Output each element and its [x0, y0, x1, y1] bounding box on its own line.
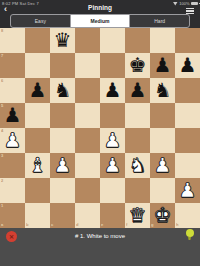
hint-lightbulb-icon[interactable] [185, 229, 194, 242]
piece-white-king[interactable]: ♚ [150, 203, 175, 228]
square-b8[interactable] [25, 28, 50, 53]
square-b3[interactable]: ♝ [25, 153, 50, 178]
square-e4[interactable]: ♟ [100, 128, 125, 153]
square-f8[interactable] [125, 28, 150, 53]
square-e7[interactable] [100, 53, 125, 78]
piece-black-pawn[interactable]: ♟ [100, 78, 125, 103]
square-f2[interactable] [125, 178, 150, 203]
piece-black-pawn[interactable]: ♟ [0, 103, 25, 128]
puzzle-status-text: # 1. White to move [0, 233, 200, 240]
square-g6[interactable]: ♞ [150, 78, 175, 103]
square-d4[interactable] [75, 128, 100, 153]
square-h2[interactable]: ♟ [175, 178, 200, 203]
file-label: d [76, 223, 78, 227]
square-g2[interactable] [150, 178, 175, 203]
square-c1[interactable]: c [50, 203, 75, 228]
rank-label: 8 [1, 29, 3, 33]
square-d6[interactable] [75, 78, 100, 103]
chess-board: 8♛7♚♟♟6♟♞♟♟♞5♟4♟♟3♝♟♟♞♟2♟1abcdef♛g♚h [0, 28, 200, 228]
square-c3[interactable]: ♟ [50, 153, 75, 178]
tab-easy[interactable]: Easy [11, 15, 71, 27]
top-chrome: 8:02 PM Sat Dec 7 100% ‹ Pinning Easy Me… [0, 0, 200, 28]
rank-label: 1 [1, 204, 3, 208]
square-e3[interactable]: ♟ [100, 153, 125, 178]
piece-white-pawn[interactable]: ♟ [175, 178, 200, 203]
piece-white-queen[interactable]: ♛ [125, 203, 150, 228]
square-g4[interactable] [150, 128, 175, 153]
square-h8[interactable] [175, 28, 200, 53]
piece-black-knight[interactable]: ♞ [150, 78, 175, 103]
rank-label: 7 [1, 54, 3, 58]
square-c6[interactable]: ♞ [50, 78, 75, 103]
rank-label: 6 [1, 79, 3, 83]
square-a6[interactable]: 6 [0, 78, 25, 103]
square-c8[interactable]: ♛ [50, 28, 75, 53]
square-d8[interactable] [75, 28, 100, 53]
square-c7[interactable] [50, 53, 75, 78]
piece-white-pawn[interactable]: ♟ [150, 153, 175, 178]
square-h7[interactable]: ♟ [175, 53, 200, 78]
piece-white-pawn[interactable]: ♟ [100, 153, 125, 178]
piece-white-pawn[interactable]: ♟ [100, 128, 125, 153]
file-label: a [1, 223, 3, 227]
bottom-bar: ✕ # 1. White to move [0, 228, 200, 266]
square-h4[interactable] [175, 128, 200, 153]
square-d5[interactable] [75, 103, 100, 128]
piece-black-pawn[interactable]: ♟ [150, 53, 175, 78]
square-b1[interactable]: b [25, 203, 50, 228]
square-c4[interactable] [50, 128, 75, 153]
file-label: c [51, 223, 53, 227]
square-f3[interactable]: ♞ [125, 153, 150, 178]
square-f7[interactable]: ♚ [125, 53, 150, 78]
square-g8[interactable] [150, 28, 175, 53]
piece-black-king[interactable]: ♚ [125, 53, 150, 78]
file-label: b [26, 223, 28, 227]
file-label: e [101, 223, 103, 227]
piece-white-pawn[interactable]: ♟ [50, 153, 75, 178]
piece-black-queen[interactable]: ♛ [50, 28, 75, 53]
square-c5[interactable] [50, 103, 75, 128]
square-b7[interactable] [25, 53, 50, 78]
square-h5[interactable] [175, 103, 200, 128]
square-a7[interactable]: 7 [0, 53, 25, 78]
square-a4[interactable]: 4♟ [0, 128, 25, 153]
square-b2[interactable] [25, 178, 50, 203]
square-e8[interactable] [100, 28, 125, 53]
tab-hard[interactable]: Hard [130, 15, 189, 27]
piece-white-bishop[interactable]: ♝ [25, 153, 50, 178]
square-d2[interactable] [75, 178, 100, 203]
square-d7[interactable] [75, 53, 100, 78]
square-h6[interactable] [175, 78, 200, 103]
square-h3[interactable] [175, 153, 200, 178]
square-c2[interactable] [50, 178, 75, 203]
square-g1[interactable]: g♚ [150, 203, 175, 228]
square-h1[interactable]: h [175, 203, 200, 228]
square-g5[interactable] [150, 103, 175, 128]
square-d1[interactable]: d [75, 203, 100, 228]
difficulty-segmented-control: Easy Medium Hard [10, 14, 190, 28]
square-b6[interactable]: ♟ [25, 78, 50, 103]
square-g3[interactable]: ♟ [150, 153, 175, 178]
piece-black-knight[interactable]: ♞ [50, 78, 75, 103]
page-title: Pinning [0, 4, 200, 11]
square-b5[interactable] [25, 103, 50, 128]
square-e6[interactable]: ♟ [100, 78, 125, 103]
piece-white-pawn[interactable]: ♟ [0, 128, 25, 153]
square-a1[interactable]: 1a [0, 203, 25, 228]
square-a5[interactable]: 5♟ [0, 103, 25, 128]
square-a3[interactable]: 3 [0, 153, 25, 178]
square-d3[interactable] [75, 153, 100, 178]
square-f1[interactable]: f♛ [125, 203, 150, 228]
piece-black-pawn[interactable]: ♟ [175, 53, 200, 78]
bulb-glass [186, 229, 194, 237]
rank-label: 2 [1, 179, 3, 183]
square-f5[interactable] [125, 103, 150, 128]
file-label: h [176, 223, 178, 227]
square-a8[interactable]: 8 [0, 28, 25, 53]
square-b4[interactable] [25, 128, 50, 153]
piece-white-knight[interactable]: ♞ [125, 153, 150, 178]
square-e1[interactable]: e [100, 203, 125, 228]
piece-black-pawn[interactable]: ♟ [25, 78, 50, 103]
square-a2[interactable]: 2 [0, 178, 25, 203]
square-e5[interactable] [100, 103, 125, 128]
rank-label: 3 [1, 154, 3, 158]
square-f6[interactable]: ♟ [125, 78, 150, 103]
piece-black-pawn[interactable]: ♟ [125, 78, 150, 103]
square-g7[interactable]: ♟ [150, 53, 175, 78]
square-f4[interactable] [125, 128, 150, 153]
bulb-base [188, 237, 191, 241]
square-e2[interactable] [100, 178, 125, 203]
tab-medium[interactable]: Medium [71, 15, 131, 27]
